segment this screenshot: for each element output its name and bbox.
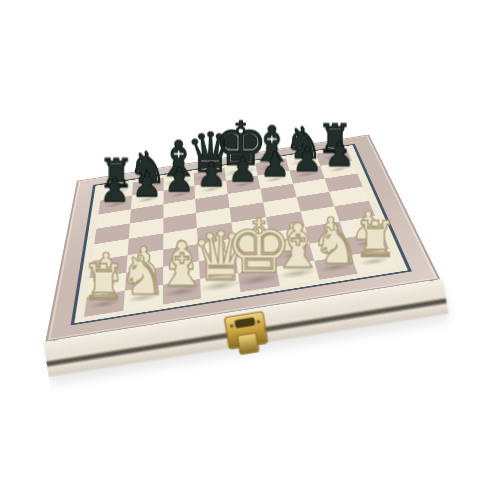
piece-black-pawn-d7[interactable]: ♟ bbox=[196, 158, 226, 192]
clasp-slot bbox=[234, 317, 255, 328]
clasp-tongue bbox=[237, 332, 260, 355]
piece-black-pawn-g7[interactable]: ♟ bbox=[292, 143, 322, 177]
screw-icon bbox=[230, 324, 234, 328]
piece-black-pawn-f7[interactable]: ♟ bbox=[260, 148, 290, 182]
piece-black-pawn-h7[interactable]: ♟ bbox=[324, 138, 354, 172]
piece-black-pawn-a7[interactable]: ♟ bbox=[100, 173, 130, 207]
board-surface: ♜♞♝♛♚♝♞♜♟♟♟♟♟♟♟♟♟♟♟♟♟♟♟♟♜♞♝♛♚♝♞♜ bbox=[45, 134, 440, 341]
perspective-wrapper: ♜♞♝♛♚♝♞♜♟♟♟♟♟♟♟♟♟♟♟♟♟♟♟♟♜♞♝♛♚♝♞♜ bbox=[0, 0, 500, 500]
piece-black-pawn-c7[interactable]: ♟ bbox=[164, 163, 194, 197]
chess-box: ♜♞♝♛♚♝♞♜♟♟♟♟♟♟♟♟♟♟♟♟♟♟♟♟♜♞♝♛♚♝♞♜ bbox=[0, 0, 500, 500]
piece-white-king-e1[interactable]: ♚ bbox=[226, 210, 293, 285]
screw-icon bbox=[256, 320, 260, 324]
piece-black-pawn-b7[interactable]: ♟ bbox=[132, 168, 162, 202]
clasp-latch bbox=[224, 311, 269, 350]
product-photo: ♜♞♝♛♚♝♞♜♟♟♟♟♟♟♟♟♟♟♟♟♟♟♟♟♜♞♝♛♚♝♞♜ bbox=[0, 0, 500, 500]
piece-black-pawn-e7[interactable]: ♟ bbox=[228, 153, 258, 187]
